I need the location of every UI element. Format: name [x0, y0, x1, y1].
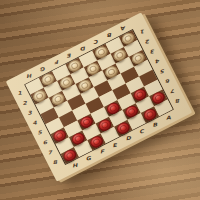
rank-label: 7: [48, 150, 53, 156]
file-label: D: [80, 46, 86, 52]
rank-label: 6: [43, 140, 48, 146]
file-label: H: [73, 163, 79, 169]
rank-label: 1: [18, 91, 23, 97]
rank-label: 2: [145, 38, 150, 44]
file-label: H: [26, 73, 32, 79]
rank-label: 5: [160, 68, 165, 74]
rank-label: 4: [33, 120, 38, 126]
rank-label: 4: [155, 58, 160, 64]
file-label: E: [67, 52, 72, 58]
rank-label: 5: [38, 130, 43, 136]
file-label: C: [93, 39, 98, 45]
file-label: F: [100, 149, 105, 155]
rank-label: 8: [175, 98, 180, 104]
file-label: F: [54, 59, 59, 65]
rank-label: 2: [23, 101, 28, 107]
rank-label: 6: [165, 78, 170, 84]
rank-label: 8: [53, 160, 58, 166]
rank-label: 7: [170, 88, 175, 94]
file-label: B: [153, 122, 158, 128]
file-label: A: [120, 25, 125, 31]
file-label: B: [107, 32, 112, 38]
rank-label: 3: [150, 48, 155, 54]
file-label: D: [126, 136, 132, 142]
file-label: E: [113, 143, 118, 149]
rank-label: 1: [140, 28, 145, 34]
file-label: A: [166, 116, 171, 122]
file-label: G: [40, 66, 46, 72]
photo-scene: HGFEDCBA HGFEDCBA 12345678 12345678: [0, 0, 200, 200]
file-label: G: [86, 156, 92, 162]
rank-label: 3: [28, 110, 33, 116]
file-label: C: [139, 129, 144, 135]
